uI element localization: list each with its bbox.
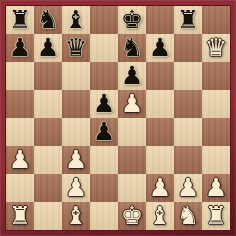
square-h3[interactable]	[202, 146, 230, 174]
square-f1[interactable]: ♝	[146, 202, 174, 230]
square-e2[interactable]	[118, 174, 146, 202]
square-b1[interactable]	[34, 202, 62, 230]
square-h4[interactable]	[202, 118, 230, 146]
square-h2[interactable]: ♟	[202, 174, 230, 202]
square-a5[interactable]	[6, 90, 34, 118]
piece-white-queen[interactable]: ♛	[205, 34, 227, 62]
piece-black-queen[interactable]: ♛	[65, 34, 87, 62]
square-f7[interactable]: ♟	[146, 34, 174, 62]
square-c7[interactable]: ♛	[62, 34, 90, 62]
piece-black-rook[interactable]: ♜	[9, 6, 31, 34]
piece-white-pawn[interactable]: ♟	[205, 174, 227, 202]
square-h7[interactable]: ♛	[202, 34, 230, 62]
square-a2[interactable]	[6, 174, 34, 202]
square-f5[interactable]	[146, 90, 174, 118]
square-b3[interactable]	[34, 146, 62, 174]
piece-white-rook[interactable]: ♜	[205, 202, 227, 230]
square-e7[interactable]: ♞	[118, 34, 146, 62]
square-d2[interactable]	[90, 174, 118, 202]
piece-white-rook[interactable]: ♜	[9, 202, 31, 230]
piece-black-pawn[interactable]: ♟	[93, 90, 115, 118]
square-e3[interactable]	[118, 146, 146, 174]
piece-white-pawn[interactable]: ♟	[121, 90, 143, 118]
piece-black-pawn[interactable]: ♟	[37, 34, 59, 62]
square-e4[interactable]	[118, 118, 146, 146]
square-f6[interactable]	[146, 62, 174, 90]
square-f8[interactable]	[146, 6, 174, 34]
square-a6[interactable]	[6, 62, 34, 90]
square-c2[interactable]: ♟	[62, 174, 90, 202]
square-f3[interactable]	[146, 146, 174, 174]
piece-white-king[interactable]: ♚	[121, 202, 143, 230]
square-a4[interactable]	[6, 118, 34, 146]
square-f2[interactable]: ♟	[146, 174, 174, 202]
square-d4[interactable]: ♟	[90, 118, 118, 146]
square-g2[interactable]: ♟	[174, 174, 202, 202]
square-d3[interactable]	[90, 146, 118, 174]
piece-black-pawn[interactable]: ♟	[149, 34, 171, 62]
square-d1[interactable]	[90, 202, 118, 230]
square-a1[interactable]: ♜	[6, 202, 34, 230]
square-d8[interactable]	[90, 6, 118, 34]
square-d6[interactable]	[90, 62, 118, 90]
square-c6[interactable]	[62, 62, 90, 90]
board-frame: ♜♞♝♚♜♟♟♛♞♟♛♟♟♟♟♟♟♟♟♟♟♜♝♚♝♞♜	[0, 0, 236, 236]
square-b6[interactable]	[34, 62, 62, 90]
piece-black-knight[interactable]: ♞	[121, 34, 143, 62]
piece-black-knight[interactable]: ♞	[37, 6, 59, 34]
square-c5[interactable]	[62, 90, 90, 118]
square-e8[interactable]: ♚	[118, 6, 146, 34]
square-c4[interactable]	[62, 118, 90, 146]
square-c3[interactable]: ♟	[62, 146, 90, 174]
square-c8[interactable]: ♝	[62, 6, 90, 34]
chess-board: ♜♞♝♚♜♟♟♛♞♟♛♟♟♟♟♟♟♟♟♟♟♜♝♚♝♞♜	[6, 6, 230, 230]
square-h8[interactable]	[202, 6, 230, 34]
square-e5[interactable]: ♟	[118, 90, 146, 118]
square-a3[interactable]: ♟	[6, 146, 34, 174]
square-d7[interactable]	[90, 34, 118, 62]
piece-black-pawn[interactable]: ♟	[9, 34, 31, 62]
square-g3[interactable]	[174, 146, 202, 174]
square-g5[interactable]	[174, 90, 202, 118]
piece-white-pawn[interactable]: ♟	[177, 174, 199, 202]
piece-black-pawn[interactable]: ♟	[121, 62, 143, 90]
piece-white-pawn[interactable]: ♟	[9, 146, 31, 174]
piece-white-knight[interactable]: ♞	[177, 202, 199, 230]
square-a7[interactable]: ♟	[6, 34, 34, 62]
square-h1[interactable]: ♜	[202, 202, 230, 230]
piece-white-bishop[interactable]: ♝	[65, 202, 87, 230]
square-g4[interactable]	[174, 118, 202, 146]
square-f4[interactable]	[146, 118, 174, 146]
square-b7[interactable]: ♟	[34, 34, 62, 62]
piece-white-pawn[interactable]: ♟	[65, 146, 87, 174]
square-h5[interactable]	[202, 90, 230, 118]
square-g8[interactable]: ♜	[174, 6, 202, 34]
square-b4[interactable]	[34, 118, 62, 146]
piece-black-king[interactable]: ♚	[121, 6, 143, 34]
square-b8[interactable]: ♞	[34, 6, 62, 34]
square-e1[interactable]: ♚	[118, 202, 146, 230]
piece-white-bishop[interactable]: ♝	[149, 202, 171, 230]
square-h6[interactable]	[202, 62, 230, 90]
square-g7[interactable]	[174, 34, 202, 62]
square-g6[interactable]	[174, 62, 202, 90]
square-g1[interactable]: ♞	[174, 202, 202, 230]
piece-white-pawn[interactable]: ♟	[65, 174, 87, 202]
square-e6[interactable]: ♟	[118, 62, 146, 90]
square-b5[interactable]	[34, 90, 62, 118]
piece-white-pawn[interactable]: ♟	[149, 174, 171, 202]
square-c1[interactable]: ♝	[62, 202, 90, 230]
piece-black-pawn[interactable]: ♟	[93, 118, 115, 146]
square-b2[interactable]	[34, 174, 62, 202]
square-d5[interactable]: ♟	[90, 90, 118, 118]
piece-black-bishop[interactable]: ♝	[65, 6, 87, 34]
square-a8[interactable]: ♜	[6, 6, 34, 34]
piece-black-rook[interactable]: ♜	[177, 6, 199, 34]
